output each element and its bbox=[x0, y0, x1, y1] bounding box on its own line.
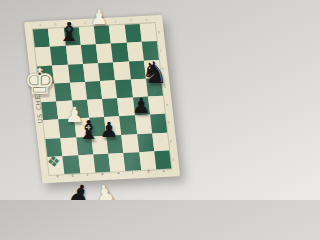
corner-logo: ❖ bbox=[46, 154, 62, 170]
file-label: f bbox=[132, 171, 134, 175]
rank-label: 4 bbox=[166, 103, 169, 107]
rank-label: 7 bbox=[159, 48, 162, 52]
file-label: a bbox=[56, 175, 59, 179]
rank-label: 8 bbox=[157, 30, 160, 34]
file-label: d bbox=[102, 172, 105, 176]
file-label: g bbox=[147, 170, 150, 174]
square-h8[interactable] bbox=[140, 23, 157, 42]
file-label: e bbox=[117, 171, 120, 175]
rank-label: 3 bbox=[168, 121, 171, 125]
square-h2[interactable] bbox=[152, 132, 169, 151]
file-label: g bbox=[130, 19, 133, 23]
black-bishop-c8[interactable]: ♝ bbox=[52, 19, 86, 45]
file-label: a bbox=[39, 23, 42, 27]
square-h1[interactable] bbox=[154, 150, 171, 169]
white-king-a5[interactable]: ♚ bbox=[18, 64, 62, 100]
white-pawn-offboard[interactable]: ♟ bbox=[85, 7, 113, 27]
file-label: c bbox=[86, 173, 88, 177]
black-pawn-e2[interactable]: ♟ bbox=[94, 120, 123, 141]
rank-label: 1 bbox=[172, 157, 175, 161]
black-pawn-g4[interactable]: ♟ bbox=[127, 96, 156, 117]
file-label: f bbox=[114, 19, 116, 23]
file-label: h bbox=[163, 169, 166, 173]
black-knight-h5[interactable]: ♞ bbox=[135, 58, 173, 88]
file-label: h bbox=[145, 18, 148, 22]
white-pawn-offboard[interactable]: ♟ bbox=[88, 180, 122, 200]
rank-label: 2 bbox=[170, 139, 173, 143]
